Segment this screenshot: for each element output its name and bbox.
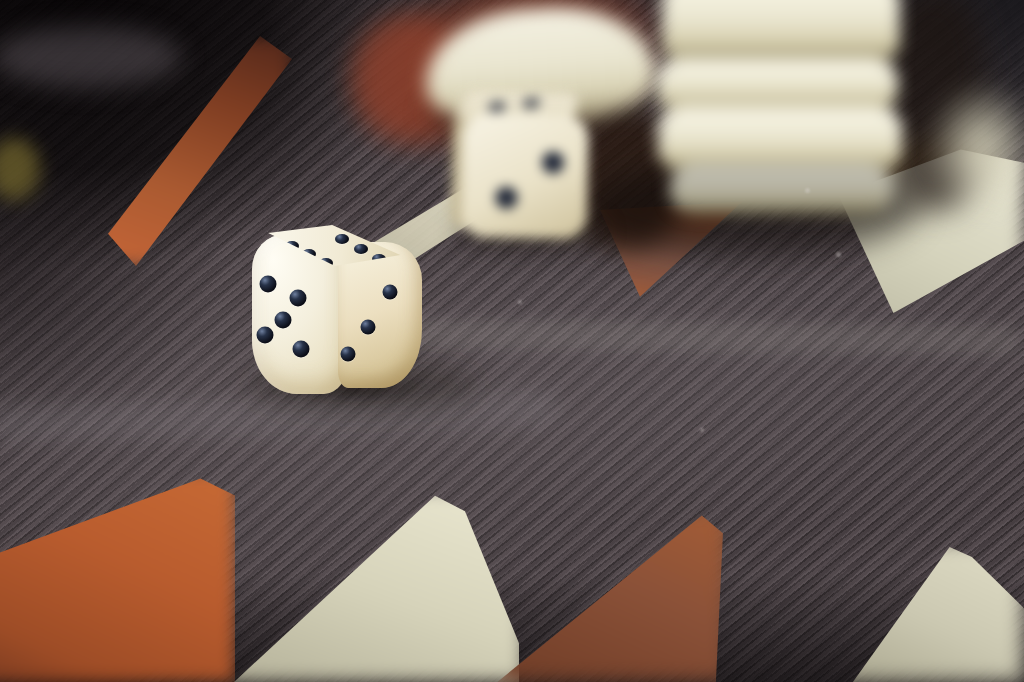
die-pip	[361, 319, 376, 334]
dust-speck	[805, 188, 810, 193]
die-pip	[292, 341, 309, 358]
checker-partial-right	[925, 80, 1024, 215]
die-pip	[542, 152, 564, 174]
dark-checker-highlight	[0, 26, 182, 88]
die-pip	[496, 187, 518, 209]
die-pip	[341, 347, 356, 362]
checker-disc	[662, 0, 900, 64]
die-pip	[487, 101, 508, 112]
checker-stack	[648, 0, 910, 238]
die-pip	[520, 98, 541, 109]
checker-disc	[656, 58, 898, 112]
die-pip	[289, 290, 306, 307]
dust-speck	[518, 300, 522, 304]
dust-speck	[836, 252, 841, 257]
foreground-die	[246, 218, 424, 400]
background-die-front-face	[461, 113, 589, 239]
checker-disc	[658, 106, 902, 172]
background-die	[445, 87, 594, 242]
backgammon-macro-photo	[0, 0, 1024, 682]
foreground-die-right-face-3	[338, 242, 422, 388]
die-pip	[383, 284, 398, 299]
dust-speck	[700, 428, 704, 432]
checker-disc	[670, 164, 892, 214]
die-pip	[275, 312, 292, 329]
die-pip	[256, 326, 273, 343]
die-pip	[260, 275, 277, 292]
die-pip	[354, 244, 368, 254]
die-pip	[335, 234, 349, 244]
